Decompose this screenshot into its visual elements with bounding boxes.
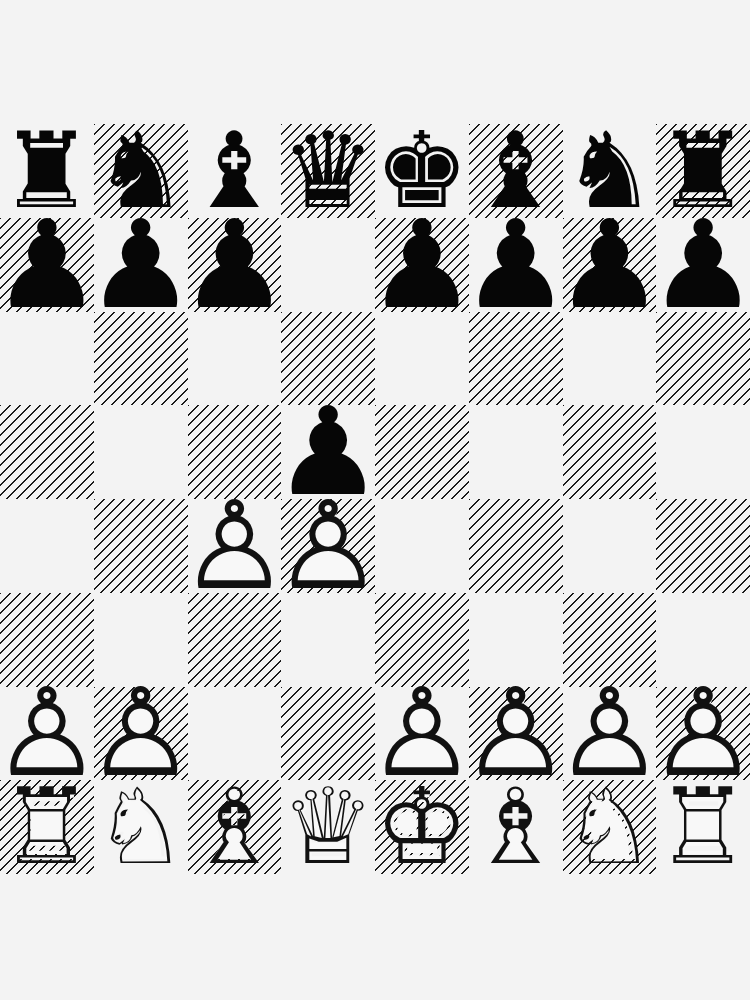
square-b1[interactable]: ♞♘ [94, 780, 188, 874]
square-d4[interactable]: ♟♙ [281, 499, 375, 593]
piece-white-queen: ♕ [281, 775, 375, 880]
square-c6[interactable] [188, 312, 282, 406]
square-d1[interactable]: ♛♕ [281, 780, 375, 874]
square-f4[interactable] [469, 499, 563, 593]
chess-board: ♜♞♝♛♚♝♞♜♟♟♟♟♟♟♟♟♟♙♟♙♟♙♟♙♟♙♟♙♟♙♟♙♜♖♞♘♝♗♛♕… [0, 124, 750, 874]
piece-black-queen: ♛ [281, 118, 375, 223]
square-c7[interactable]: ♟ [188, 218, 282, 312]
square-a4[interactable] [0, 499, 94, 593]
square-g5[interactable] [563, 405, 657, 499]
square-g7[interactable]: ♟ [563, 218, 657, 312]
square-f1[interactable]: ♝♗ [469, 780, 563, 874]
square-c4[interactable]: ♟♙ [188, 499, 282, 593]
square-f5[interactable] [469, 405, 563, 499]
square-h5[interactable] [656, 405, 750, 499]
square-e4[interactable] [375, 499, 469, 593]
square-g6[interactable] [563, 312, 657, 406]
piece-black-pawn: ♟ [648, 204, 750, 326]
piece-white-rook: ♖ [656, 775, 750, 880]
piece-white-pawn: ♙ [273, 485, 382, 607]
square-c1[interactable]: ♝♗ [188, 780, 282, 874]
chess-diagram: ♜♞♝♛♚♝♞♜♟♟♟♟♟♟♟♟♟♙♟♙♟♙♟♙♟♙♟♙♟♙♟♙♜♖♞♘♝♗♛♕… [0, 0, 750, 1000]
square-a1[interactable]: ♜♖ [0, 780, 94, 874]
square-f7[interactable]: ♟ [469, 218, 563, 312]
square-e5[interactable] [375, 405, 469, 499]
square-a5[interactable] [0, 405, 94, 499]
square-c3[interactable] [188, 593, 282, 687]
square-e6[interactable] [375, 312, 469, 406]
piece-white-bishop: ♗ [469, 775, 563, 880]
square-d3[interactable] [281, 593, 375, 687]
square-f6[interactable] [469, 312, 563, 406]
piece-white-knight: ♘ [562, 775, 656, 880]
piece-white-rook: ♖ [0, 775, 94, 880]
square-e1[interactable]: ♚♔ [375, 780, 469, 874]
square-b6[interactable] [94, 312, 188, 406]
square-a6[interactable] [0, 312, 94, 406]
square-h6[interactable] [656, 312, 750, 406]
piece-white-king: ♔ [375, 775, 469, 880]
square-h1[interactable]: ♜♖ [656, 780, 750, 874]
square-b4[interactable] [94, 499, 188, 593]
square-h4[interactable] [656, 499, 750, 593]
piece-white-bishop: ♗ [187, 775, 281, 880]
square-b7[interactable]: ♟ [94, 218, 188, 312]
square-a7[interactable]: ♟ [0, 218, 94, 312]
piece-white-knight: ♘ [94, 775, 188, 880]
square-g1[interactable]: ♞♘ [563, 780, 657, 874]
square-d8[interactable]: ♛ [281, 124, 375, 218]
square-g4[interactable] [563, 499, 657, 593]
square-d7[interactable] [281, 218, 375, 312]
square-b5[interactable] [94, 405, 188, 499]
square-h7[interactable]: ♟ [656, 218, 750, 312]
square-e7[interactable]: ♟ [375, 218, 469, 312]
piece-black-pawn: ♟ [180, 204, 289, 326]
